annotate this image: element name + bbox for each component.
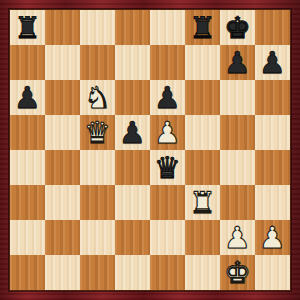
- square-a5[interactable]: [10, 115, 45, 150]
- square-e8[interactable]: [150, 10, 185, 45]
- square-b1[interactable]: [45, 255, 80, 290]
- square-e5[interactable]: ♟: [150, 115, 185, 150]
- square-g5[interactable]: [220, 115, 255, 150]
- square-f6[interactable]: [185, 80, 220, 115]
- square-c3[interactable]: [80, 185, 115, 220]
- square-g7[interactable]: ♟: [220, 45, 255, 80]
- square-f4[interactable]: [185, 150, 220, 185]
- square-f8[interactable]: ♜: [185, 10, 220, 45]
- black-queen-e4[interactable]: ♛: [150, 150, 185, 185]
- square-d3[interactable]: [115, 185, 150, 220]
- square-c1[interactable]: [80, 255, 115, 290]
- square-b7[interactable]: [45, 45, 80, 80]
- square-b4[interactable]: [45, 150, 80, 185]
- square-d5[interactable]: ♟: [115, 115, 150, 150]
- white-rook-f3[interactable]: ♜: [185, 185, 220, 220]
- white-queen-c5[interactable]: ♛: [80, 115, 115, 150]
- square-d6[interactable]: [115, 80, 150, 115]
- black-pawn-h7[interactable]: ♟: [255, 45, 290, 80]
- white-pawn-e5[interactable]: ♟: [150, 115, 185, 150]
- square-a1[interactable]: [10, 255, 45, 290]
- square-h7[interactable]: ♟: [255, 45, 290, 80]
- square-d1[interactable]: [115, 255, 150, 290]
- square-f1[interactable]: [185, 255, 220, 290]
- square-d4[interactable]: [115, 150, 150, 185]
- square-b3[interactable]: [45, 185, 80, 220]
- square-e1[interactable]: [150, 255, 185, 290]
- square-e4[interactable]: ♛: [150, 150, 185, 185]
- white-pawn-g2[interactable]: ♟: [220, 220, 255, 255]
- white-king-g1[interactable]: ♚: [220, 255, 255, 290]
- square-g6[interactable]: [220, 80, 255, 115]
- square-e6[interactable]: ♟: [150, 80, 185, 115]
- white-knight-c6[interactable]: ♞: [80, 80, 115, 115]
- square-g2[interactable]: ♟: [220, 220, 255, 255]
- square-h5[interactable]: [255, 115, 290, 150]
- square-c6[interactable]: ♞: [80, 80, 115, 115]
- square-a2[interactable]: [10, 220, 45, 255]
- square-h8[interactable]: [255, 10, 290, 45]
- black-pawn-d5[interactable]: ♟: [115, 115, 150, 150]
- square-e3[interactable]: [150, 185, 185, 220]
- square-c8[interactable]: [80, 10, 115, 45]
- square-g1[interactable]: ♚: [220, 255, 255, 290]
- square-g4[interactable]: [220, 150, 255, 185]
- square-c2[interactable]: [80, 220, 115, 255]
- square-f7[interactable]: [185, 45, 220, 80]
- black-pawn-g7[interactable]: ♟: [220, 45, 255, 80]
- square-a8[interactable]: ♜: [10, 10, 45, 45]
- square-d2[interactable]: [115, 220, 150, 255]
- square-h1[interactable]: [255, 255, 290, 290]
- square-d7[interactable]: [115, 45, 150, 80]
- black-rook-a8[interactable]: ♜: [10, 10, 45, 45]
- square-a4[interactable]: [10, 150, 45, 185]
- square-a3[interactable]: [10, 185, 45, 220]
- square-b5[interactable]: [45, 115, 80, 150]
- white-pawn-h2[interactable]: ♟: [255, 220, 290, 255]
- square-c7[interactable]: [80, 45, 115, 80]
- board-frame: ♜♜♚♟♟♟♞♟♛♟♟♛♜♟♟♚: [0, 0, 300, 300]
- square-f3[interactable]: ♜: [185, 185, 220, 220]
- square-a7[interactable]: [10, 45, 45, 80]
- square-b6[interactable]: [45, 80, 80, 115]
- square-g3[interactable]: [220, 185, 255, 220]
- black-pawn-e6[interactable]: ♟: [150, 80, 185, 115]
- square-e7[interactable]: [150, 45, 185, 80]
- square-c5[interactable]: ♛: [80, 115, 115, 150]
- square-c4[interactable]: [80, 150, 115, 185]
- square-f5[interactable]: [185, 115, 220, 150]
- chess-board: ♜♜♚♟♟♟♞♟♛♟♟♛♜♟♟♚: [9, 9, 291, 291]
- black-king-g8[interactable]: ♚: [220, 10, 255, 45]
- square-h6[interactable]: [255, 80, 290, 115]
- square-g8[interactable]: ♚: [220, 10, 255, 45]
- square-h2[interactable]: ♟: [255, 220, 290, 255]
- square-b2[interactable]: [45, 220, 80, 255]
- black-pawn-a6[interactable]: ♟: [10, 80, 45, 115]
- square-h4[interactable]: [255, 150, 290, 185]
- black-rook-f8[interactable]: ♜: [185, 10, 220, 45]
- square-f2[interactable]: [185, 220, 220, 255]
- square-a6[interactable]: ♟: [10, 80, 45, 115]
- square-b8[interactable]: [45, 10, 80, 45]
- square-h3[interactable]: [255, 185, 290, 220]
- square-e2[interactable]: [150, 220, 185, 255]
- square-d8[interactable]: [115, 10, 150, 45]
